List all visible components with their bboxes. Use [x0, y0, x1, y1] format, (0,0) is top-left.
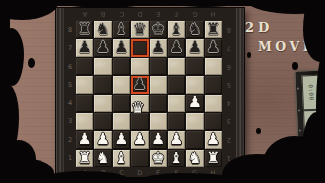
- file-labels-bottom: ABCDEFGH: [76, 167, 222, 178]
- piece-black-bishop[interactable]: ♝: [170, 22, 184, 38]
- coordinate-label: 4: [222, 94, 236, 112]
- coordinate-label: 8: [222, 21, 236, 39]
- piece-white-pawn[interactable]: ♟: [133, 132, 147, 148]
- square-b2[interactable]: ♟: [94, 131, 111, 148]
- coordinate-label: 2: [64, 131, 76, 149]
- piece-white-pawn[interactable]: ♟: [188, 95, 202, 111]
- coordinate-label: 3: [64, 112, 76, 130]
- clock-button: [299, 130, 301, 132]
- piece-black-queen[interactable]: ♛: [133, 22, 147, 38]
- square-h7[interactable]: ♟: [205, 39, 222, 56]
- piece-black-pawn[interactable]: ♟: [151, 40, 165, 56]
- square-b7[interactable]: ♟: [94, 39, 111, 56]
- coordinate-label: G: [186, 167, 204, 178]
- square-e2[interactable]: ♟: [150, 131, 167, 148]
- square-c1[interactable]: ♝: [113, 150, 130, 167]
- square-a2[interactable]: ♟: [76, 131, 93, 148]
- piece-white-pawn[interactable]: ♟: [170, 132, 184, 148]
- square-g5[interactable]: [186, 76, 203, 93]
- piece-white-knight[interactable]: ♞: [96, 151, 110, 167]
- square-f8[interactable]: ♝: [168, 21, 185, 38]
- square-f2[interactable]: ♟: [168, 131, 185, 148]
- square-g6[interactable]: [186, 58, 203, 75]
- square-g2[interactable]: [186, 131, 203, 148]
- clock-display-top: 0:00: [303, 76, 321, 112]
- square-e7[interactable]: ♟: [150, 39, 167, 56]
- square-e4[interactable]: [150, 95, 167, 112]
- piece-black-rook[interactable]: ♜: [206, 22, 220, 38]
- square-d6[interactable]: [131, 58, 148, 75]
- coordinate-label: 4: [64, 94, 76, 112]
- square-g4[interactable]: ♟: [186, 95, 203, 112]
- coordinate-label: 6: [64, 58, 76, 76]
- coordinate-label: 5: [64, 76, 76, 94]
- square-c4[interactable]: [113, 95, 130, 112]
- square-c6[interactable]: [113, 58, 130, 75]
- game-screen: ABCDEFGH ABCDEFGH 87654321 87654321 ♜♞♝♛…: [0, 0, 325, 183]
- coordinate-label: 3: [222, 112, 236, 130]
- square-h4[interactable]: [205, 95, 222, 112]
- square-b6[interactable]: [94, 58, 111, 75]
- coordinate-label: D: [131, 167, 149, 178]
- square-c2[interactable]: ♟: [113, 131, 130, 148]
- square-c7[interactable]: ♟: [113, 39, 130, 56]
- square-a8[interactable]: ♜: [76, 21, 93, 38]
- piece-black-pawn[interactable]: ♟: [206, 40, 220, 56]
- coordinate-label: 7: [222, 39, 236, 57]
- piece-white-king[interactable]: ♚: [151, 151, 165, 167]
- mode-label-move[interactable]: MOVE: [258, 39, 316, 54]
- piece-white-rook[interactable]: ♜: [206, 151, 220, 167]
- square-h3[interactable]: [205, 113, 222, 130]
- chess-board: ABCDEFGH ABCDEFGH 87654321 87654321 ♜♞♝♛…: [56, 8, 244, 178]
- square-h2[interactable]: ♟: [205, 131, 222, 148]
- square-b4[interactable]: [94, 95, 111, 112]
- clock-button: [298, 110, 300, 112]
- piece-black-pawn[interactable]: ♟: [188, 40, 202, 56]
- piece-white-pawn[interactable]: ♟: [206, 132, 220, 148]
- coordinate-label: 5: [222, 76, 236, 94]
- piece-black-bishop[interactable]: ♝: [114, 22, 128, 38]
- piece-black-knight[interactable]: ♞: [96, 22, 110, 38]
- piece-black-pawn[interactable]: ♟: [96, 40, 110, 56]
- piece-black-pawn[interactable]: ♟: [133, 77, 147, 93]
- square-d5[interactable]: ♟: [131, 76, 148, 93]
- square-g7[interactable]: ♟: [186, 39, 203, 56]
- clock-lcd: 0:00 0:00: [301, 75, 322, 146]
- coordinate-label: C: [113, 167, 131, 178]
- square-e1[interactable]: ♚: [150, 150, 167, 167]
- square-f5[interactable]: [168, 76, 185, 93]
- square-g1[interactable]: ♞: [186, 150, 203, 167]
- piece-white-bishop[interactable]: ♝: [170, 151, 184, 167]
- coordinate-label: F: [167, 167, 185, 178]
- square-f4[interactable]: [168, 95, 185, 112]
- clock-button: [297, 88, 299, 90]
- square-b5[interactable]: [94, 76, 111, 93]
- piece-white-pawn[interactable]: ♟: [78, 132, 92, 148]
- coordinate-label: H: [204, 167, 222, 178]
- square-c8[interactable]: ♝: [113, 21, 130, 38]
- square-d4[interactable]: ♛: [131, 95, 148, 112]
- square-e6[interactable]: [150, 58, 167, 75]
- coordinate-label: 1: [222, 149, 236, 167]
- square-c3[interactable]: [113, 113, 130, 130]
- square-a7[interactable]: ♟: [76, 39, 93, 56]
- square-d7[interactable]: [131, 39, 148, 56]
- piece-black-knight[interactable]: ♞: [188, 22, 202, 38]
- piece-white-bishop[interactable]: ♝: [114, 151, 128, 167]
- square-e3[interactable]: [150, 113, 167, 130]
- board-edge-left: [56, 8, 64, 178]
- mode-label-2d[interactable]: 2D: [245, 20, 273, 35]
- square-c5[interactable]: [113, 76, 130, 93]
- square-e8[interactable]: ♚: [150, 21, 167, 38]
- coordinate-label: 2: [222, 131, 236, 149]
- board-grid: ♜♞♝♛♚♝♞♜♟♟♟♟♟♟♟♟♛♟♟♟♟♟♟♟♟♜♞♝♚♝♞♜: [76, 21, 222, 167]
- square-e5[interactable]: [150, 76, 167, 93]
- square-b3[interactable]: [94, 113, 111, 130]
- coordinate-label: 8: [64, 21, 76, 39]
- piece-white-rook[interactable]: ♜: [78, 151, 92, 167]
- square-d8[interactable]: ♛: [131, 21, 148, 38]
- coordinate-label: 6: [222, 58, 236, 76]
- square-b1[interactable]: ♞: [94, 150, 111, 167]
- coordinate-label: A: [76, 167, 94, 178]
- square-a3[interactable]: [76, 113, 93, 130]
- piece-white-pawn[interactable]: ♟: [114, 132, 128, 148]
- square-d3[interactable]: [131, 113, 148, 130]
- coordinate-label: E: [149, 167, 167, 178]
- square-d2[interactable]: ♟: [131, 131, 148, 148]
- square-h8[interactable]: ♜: [205, 21, 222, 38]
- rank-labels-left: 87654321: [64, 21, 76, 167]
- square-f7[interactable]: ♟: [168, 39, 185, 56]
- square-h6[interactable]: [205, 58, 222, 75]
- piece-black-pawn[interactable]: ♟: [114, 40, 128, 56]
- piece-black-pawn[interactable]: ♟: [170, 40, 184, 56]
- square-g8[interactable]: ♞: [186, 21, 203, 38]
- square-d1[interactable]: [131, 150, 148, 167]
- rank-labels-right: 87654321: [222, 21, 236, 167]
- square-g3[interactable]: [186, 113, 203, 130]
- piece-black-king[interactable]: ♚: [151, 22, 165, 38]
- piece-white-pawn[interactable]: ♟: [96, 132, 110, 148]
- piece-white-pawn[interactable]: ♟: [151, 132, 165, 148]
- square-h1[interactable]: ♜: [205, 150, 222, 167]
- square-f1[interactable]: ♝: [168, 150, 185, 167]
- coordinate-label: B: [94, 167, 112, 178]
- piece-black-pawn[interactable]: ♟: [78, 40, 92, 56]
- piece-black-rook[interactable]: ♜: [78, 22, 92, 38]
- clock-display-bottom: 0:00: [304, 111, 321, 145]
- square-b8[interactable]: ♞: [94, 21, 111, 38]
- square-a1[interactable]: ♜: [76, 150, 93, 167]
- square-h5[interactable]: [205, 76, 222, 93]
- piece-white-knight[interactable]: ♞: [188, 151, 202, 167]
- coordinate-label: 1: [64, 149, 76, 167]
- square-a6[interactable]: [76, 58, 93, 75]
- square-a4[interactable]: [76, 95, 93, 112]
- square-f6[interactable]: [168, 58, 185, 75]
- board-edge-right: [236, 8, 244, 178]
- coordinate-label: 7: [64, 39, 76, 57]
- square-f3[interactable]: [168, 113, 185, 130]
- square-a5[interactable]: [76, 76, 93, 93]
- chess-clock: 0:00 0:00: [294, 69, 325, 150]
